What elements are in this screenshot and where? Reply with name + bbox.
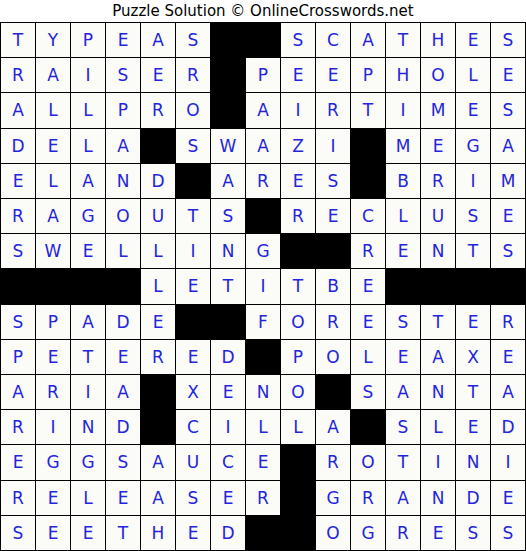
grid-cell-r6c1: R	[1, 199, 35, 233]
grid-cell-r9c12: S	[386, 305, 420, 339]
grid-cell-r12c13: L	[421, 410, 455, 444]
block-cell-r12c11	[351, 410, 385, 444]
grid-cell-r11c7: E	[211, 375, 245, 409]
grid-cell-r15c13: E	[421, 516, 455, 550]
grid-cell-r13c12: T	[386, 445, 420, 479]
grid-cell-r9c2: P	[36, 305, 70, 339]
grid-cell-r1c10: C	[316, 23, 350, 57]
block-cell-r9c6	[176, 305, 210, 339]
grid-cell-r3c3: L	[71, 93, 105, 127]
grid-cell-r12c15: D	[491, 410, 525, 444]
grid-cell-r8c9: T	[281, 269, 315, 303]
grid-cell-r2c4: S	[106, 58, 140, 92]
grid-cell-r4c7: W	[211, 129, 245, 163]
grid-cell-r6c5: U	[141, 199, 175, 233]
grid-cell-r15c10: O	[316, 516, 350, 550]
grid-cell-r7c14: T	[456, 234, 490, 268]
grid-cell-r10c2: E	[36, 340, 70, 374]
block-cell-r5c6	[176, 164, 210, 198]
grid-cell-r11c15: A	[491, 375, 525, 409]
grid-cell-r9c9: O	[281, 305, 315, 339]
grid-cell-r14c3: L	[71, 481, 105, 515]
grid-cell-r11c9: O	[281, 375, 315, 409]
grid-cell-r3c4: P	[106, 93, 140, 127]
grid-cell-r15c12: R	[386, 516, 420, 550]
grid-cell-r1c12: T	[386, 23, 420, 57]
grid-cell-r6c3: G	[71, 199, 105, 233]
grid-cell-r4c6: S	[176, 129, 210, 163]
grid-cell-r3c13: M	[421, 93, 455, 127]
block-cell-r11c5	[141, 375, 175, 409]
grid-cell-r11c11: S	[351, 375, 385, 409]
block-cell-r15c8	[246, 516, 280, 550]
grid-cell-r10c14: X	[456, 340, 490, 374]
grid-cell-r4c1: D	[1, 129, 35, 163]
grid-cell-r5c15: M	[491, 164, 525, 198]
grid-cell-r1c9: S	[281, 23, 315, 57]
grid-cell-r11c2: R	[36, 375, 70, 409]
grid-cell-r6c9: R	[281, 199, 315, 233]
grid-cell-r7c15: S	[491, 234, 525, 268]
page-title: Puzzle Solution © OnlineCrosswords.net	[0, 0, 526, 22]
grid-cell-r1c5: A	[141, 23, 175, 57]
grid-cell-r5c13: R	[421, 164, 455, 198]
grid-cell-r13c10: R	[316, 445, 350, 479]
grid-cell-r3c5: R	[141, 93, 175, 127]
grid-cell-r5c9: E	[281, 164, 315, 198]
grid-cell-r9c10: R	[316, 305, 350, 339]
grid-cell-r13c4: S	[106, 445, 140, 479]
grid-cell-r6c6: T	[176, 199, 210, 233]
grid-cell-r14c14: D	[456, 481, 490, 515]
grid-cell-r14c12: A	[386, 481, 420, 515]
grid-cell-r14c6: S	[176, 481, 210, 515]
grid-cell-r10c10: O	[316, 340, 350, 374]
grid-cell-r15c2: E	[36, 516, 70, 550]
grid-cell-r12c3: N	[71, 410, 105, 444]
grid-cell-r7c8: G	[246, 234, 280, 268]
grid-cell-r2c12: H	[386, 58, 420, 92]
grid-cell-r4c13: E	[421, 129, 455, 163]
block-cell-r3c7	[211, 93, 245, 127]
grid-cell-r9c14: E	[456, 305, 490, 339]
block-cell-r13c9	[281, 445, 315, 479]
grid-cell-r5c4: N	[106, 164, 140, 198]
grid-cell-r10c12: E	[386, 340, 420, 374]
grid-cell-r9c8: F	[246, 305, 280, 339]
grid-cell-r10c11: L	[351, 340, 385, 374]
grid-cell-r1c13: H	[421, 23, 455, 57]
grid-cell-r15c4: T	[106, 516, 140, 550]
grid-cell-r4c4: A	[106, 129, 140, 163]
grid-cell-r6c12: L	[386, 199, 420, 233]
grid-cell-r7c7: N	[211, 234, 245, 268]
grid-cell-r2c11: P	[351, 58, 385, 92]
grid-cell-r4c12: M	[386, 129, 420, 163]
grid-cell-r15c1: S	[1, 516, 35, 550]
grid-cell-r15c15: S	[491, 516, 525, 550]
grid-cell-r2c6: R	[176, 58, 210, 92]
grid-cell-r13c15: I	[491, 445, 525, 479]
grid-cell-r2c8: P	[246, 58, 280, 92]
grid-cell-r2c1: R	[1, 58, 35, 92]
grid-cell-r12c12: S	[386, 410, 420, 444]
block-cell-r8c12	[386, 269, 420, 303]
grid-cell-r14c15: E	[491, 481, 525, 515]
grid-cell-r9c13: T	[421, 305, 455, 339]
grid-cell-r10c7: D	[211, 340, 245, 374]
grid-cell-r4c14: G	[456, 129, 490, 163]
grid-cell-r10c5: R	[141, 340, 175, 374]
grid-cell-r2c13: O	[421, 58, 455, 92]
grid-cell-r2c10: E	[316, 58, 350, 92]
grid-cell-r13c7: C	[211, 445, 245, 479]
grid-cell-r5c12: B	[386, 164, 420, 198]
block-cell-r8c1	[1, 269, 35, 303]
grid-cell-r14c4: E	[106, 481, 140, 515]
block-cell-r12c5	[141, 410, 175, 444]
grid-cell-r3c8: A	[246, 93, 280, 127]
grid-cell-r8c7: T	[211, 269, 245, 303]
grid-cell-r1c4: E	[106, 23, 140, 57]
grid-cell-r2c15: E	[491, 58, 525, 92]
grid-cell-r5c5: D	[141, 164, 175, 198]
grid-cell-r6c2: A	[36, 199, 70, 233]
grid-cell-r8c10: B	[316, 269, 350, 303]
grid-cell-r6c15: E	[491, 199, 525, 233]
grid-cell-r2c14: L	[456, 58, 490, 92]
block-cell-r9c7	[211, 305, 245, 339]
grid-cell-r13c1: E	[1, 445, 35, 479]
grid-cell-r13c2: G	[36, 445, 70, 479]
block-cell-r11c10	[316, 375, 350, 409]
grid-cell-r11c6: X	[176, 375, 210, 409]
grid-cell-r10c15: E	[491, 340, 525, 374]
grid-cell-r6c10: E	[316, 199, 350, 233]
grid-cell-r12c14: E	[456, 410, 490, 444]
grid-cell-r11c8: N	[246, 375, 280, 409]
grid-cell-r2c2: A	[36, 58, 70, 92]
grid-cell-r14c1: R	[1, 481, 35, 515]
grid-cell-r7c6: I	[176, 234, 210, 268]
block-cell-r4c5	[141, 129, 175, 163]
grid-cell-r11c14: T	[456, 375, 490, 409]
grid-cell-r3c6: O	[176, 93, 210, 127]
block-cell-r8c13	[421, 269, 455, 303]
grid-cell-r8c5: L	[141, 269, 175, 303]
grid-cell-r3c11: T	[351, 93, 385, 127]
grid-cell-r10c13: A	[421, 340, 455, 374]
grid-cell-r10c9: P	[281, 340, 315, 374]
grid-cell-r3c2: L	[36, 93, 70, 127]
grid-cell-r14c10: G	[316, 481, 350, 515]
grid-cell-r7c1: S	[1, 234, 35, 268]
grid-cell-r12c2: I	[36, 410, 70, 444]
grid-cell-r7c5: L	[141, 234, 175, 268]
grid-cell-r9c5: E	[141, 305, 175, 339]
grid-cell-r5c10: S	[316, 164, 350, 198]
grid-cell-r9c15: R	[491, 305, 525, 339]
block-cell-r4c11	[351, 129, 385, 163]
grid-cell-r13c5: A	[141, 445, 175, 479]
grid-cell-r5c1: E	[1, 164, 35, 198]
grid-cell-r11c1: A	[1, 375, 35, 409]
grid-cell-r2c9: E	[281, 58, 315, 92]
block-cell-r6c8	[246, 199, 280, 233]
grid-cell-r15c7: D	[211, 516, 245, 550]
block-cell-r8c4	[106, 269, 140, 303]
grid-cell-r12c9: L	[281, 410, 315, 444]
block-cell-r15c9	[281, 516, 315, 550]
grid-cell-r1c11: A	[351, 23, 385, 57]
block-cell-r8c2	[36, 269, 70, 303]
grid-cell-r10c1: P	[1, 340, 35, 374]
grid-cell-r14c2: E	[36, 481, 70, 515]
grid-cell-r8c11: E	[351, 269, 385, 303]
grid-cell-r5c7: A	[211, 164, 245, 198]
grid-cell-r11c12: A	[386, 375, 420, 409]
crossword-grid: TYPEASSCATHESRAISERPEEPHOLEALLPROAIRTIME…	[0, 22, 526, 551]
block-cell-r14c9	[281, 481, 315, 515]
grid-cell-r14c11: R	[351, 481, 385, 515]
grid-cell-r1c2: Y	[36, 23, 70, 57]
grid-cell-r1c3: P	[71, 23, 105, 57]
grid-cell-r4c9: Z	[281, 129, 315, 163]
grid-cell-r4c3: L	[71, 129, 105, 163]
grid-cell-r1c1: T	[1, 23, 35, 57]
grid-cell-r12c1: R	[1, 410, 35, 444]
grid-cell-r3c14: E	[456, 93, 490, 127]
block-cell-r7c10	[316, 234, 350, 268]
grid-cell-r12c7: I	[211, 410, 245, 444]
grid-cell-r10c6: E	[176, 340, 210, 374]
grid-cell-r9c4: D	[106, 305, 140, 339]
block-cell-r1c7	[211, 23, 245, 57]
grid-cell-r3c9: I	[281, 93, 315, 127]
grid-cell-r5c14: I	[456, 164, 490, 198]
grid-cell-r6c14: S	[456, 199, 490, 233]
grid-cell-r13c3: G	[71, 445, 105, 479]
grid-cell-r7c11: R	[351, 234, 385, 268]
grid-cell-r6c4: O	[106, 199, 140, 233]
grid-cell-r5c2: L	[36, 164, 70, 198]
grid-cell-r13c11: O	[351, 445, 385, 479]
grid-cell-r10c3: T	[71, 340, 105, 374]
grid-cell-r14c13: N	[421, 481, 455, 515]
grid-cell-r14c5: A	[141, 481, 175, 515]
grid-cell-r1c6: S	[176, 23, 210, 57]
grid-cell-r11c3: I	[71, 375, 105, 409]
grid-cell-r8c8: I	[246, 269, 280, 303]
grid-cell-r7c4: L	[106, 234, 140, 268]
grid-cell-r2c5: E	[141, 58, 175, 92]
grid-cell-r14c8: R	[246, 481, 280, 515]
grid-cell-r4c15: A	[491, 129, 525, 163]
grid-cell-r3c10: R	[316, 93, 350, 127]
grid-cell-r7c3: E	[71, 234, 105, 268]
grid-cell-r14c7: E	[211, 481, 245, 515]
block-cell-r1c8	[246, 23, 280, 57]
grid-cell-r5c3: A	[71, 164, 105, 198]
grid-cell-r13c6: U	[176, 445, 210, 479]
grid-cell-r4c2: E	[36, 129, 70, 163]
grid-cell-r15c5: H	[141, 516, 175, 550]
block-cell-r2c7	[211, 58, 245, 92]
grid-cell-r15c6: E	[176, 516, 210, 550]
grid-cell-r11c13: N	[421, 375, 455, 409]
grid-cell-r10c4: E	[106, 340, 140, 374]
grid-cell-r3c15: S	[491, 93, 525, 127]
grid-cell-r7c13: N	[421, 234, 455, 268]
block-cell-r8c14	[456, 269, 490, 303]
grid-cell-r9c3: A	[71, 305, 105, 339]
grid-cell-r13c14: N	[456, 445, 490, 479]
grid-cell-r15c14: S	[456, 516, 490, 550]
grid-cell-r7c2: W	[36, 234, 70, 268]
grid-cell-r12c10: A	[316, 410, 350, 444]
grid-cell-r12c4: D	[106, 410, 140, 444]
grid-cell-r15c3: E	[71, 516, 105, 550]
block-cell-r10c8	[246, 340, 280, 374]
grid-cell-r3c12: I	[386, 93, 420, 127]
grid-cell-r8c6: E	[176, 269, 210, 303]
grid-cell-r4c10: I	[316, 129, 350, 163]
grid-cell-r15c11: G	[351, 516, 385, 550]
grid-cell-r6c7: S	[211, 199, 245, 233]
grid-cell-r6c11: C	[351, 199, 385, 233]
grid-cell-r1c15: S	[491, 23, 525, 57]
grid-cell-r13c8: E	[246, 445, 280, 479]
puzzle-solution-page: Puzzle Solution © OnlineCrosswords.net T…	[0, 0, 526, 551]
grid-cell-r4c8: A	[246, 129, 280, 163]
grid-cell-r1c14: E	[456, 23, 490, 57]
grid-cell-r11c4: A	[106, 375, 140, 409]
grid-cell-r9c1: S	[1, 305, 35, 339]
block-cell-r8c15	[491, 269, 525, 303]
grid-cell-r7c12: E	[386, 234, 420, 268]
grid-cell-r13c13: I	[421, 445, 455, 479]
grid-cell-r12c8: L	[246, 410, 280, 444]
grid-cell-r5c8: R	[246, 164, 280, 198]
grid-cell-r12c6: C	[176, 410, 210, 444]
grid-cell-r2c3: I	[71, 58, 105, 92]
grid-cell-r6c13: U	[421, 199, 455, 233]
block-cell-r8c3	[71, 269, 105, 303]
grid-cell-r3c1: A	[1, 93, 35, 127]
grid-cell-r9c11: E	[351, 305, 385, 339]
block-cell-r7c9	[281, 234, 315, 268]
block-cell-r5c11	[351, 164, 385, 198]
